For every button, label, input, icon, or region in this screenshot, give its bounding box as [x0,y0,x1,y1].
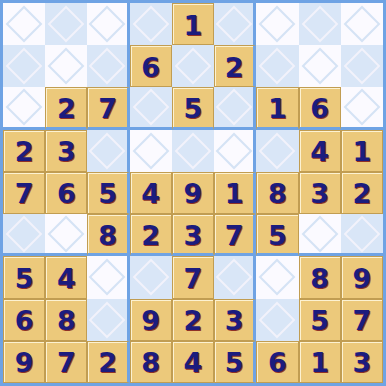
cell-r4c6[interactable] [214,130,256,172]
cell-digit: 2 [15,138,34,165]
cell-r2c8[interactable] [299,45,341,87]
cell-r1c1[interactable] [3,3,45,45]
cell-digit: 7 [225,222,244,249]
cell-r8c6[interactable]: 3 [214,299,256,341]
cell-digit: 9 [15,349,34,376]
cell-r6c4[interactable]: 2 [130,214,172,256]
cell-r8c4[interactable]: 9 [130,299,172,341]
cell-r7c9[interactable]: 9 [341,256,383,298]
cell-digit: 5 [184,95,203,122]
cell-r7c7[interactable] [256,256,298,298]
cell-r6c1[interactable] [3,214,45,256]
diamond-icon [89,132,126,169]
cell-r7c4[interactable] [130,256,172,298]
cell-r6c9[interactable] [341,214,383,256]
diamond-icon [175,48,212,85]
cell-r5c3[interactable]: 5 [87,172,129,214]
cell-digit: 8 [57,307,76,334]
cell-r2c2[interactable] [45,45,87,87]
cell-r8c3[interactable] [87,299,129,341]
cell-digit: 2 [57,95,76,122]
cell-r4c7[interactable] [256,130,298,172]
cell-r1c6[interactable] [214,3,256,45]
cell-digit: 5 [15,265,34,292]
cell-r9c4[interactable]: 8 [130,341,172,383]
cell-digit: 9 [352,265,371,292]
diamond-icon [215,6,252,43]
diamond-icon [89,301,126,338]
cell-digit: 5 [268,222,287,249]
cell-r6c7[interactable]: 5 [256,214,298,256]
diamond-icon [48,6,85,43]
diamond-icon [48,215,85,252]
cell-r5c1[interactable]: 7 [3,172,45,214]
diamond-icon [215,259,252,296]
cell-r2c5[interactable] [172,45,214,87]
cell-r9c9[interactable]: 3 [341,341,383,383]
cell-digit: 8 [310,265,329,292]
cell-r7c8[interactable]: 8 [299,256,341,298]
cell-digit: 9 [184,180,203,207]
cell-r9c2[interactable]: 7 [45,341,87,383]
cell-r2c9[interactable] [341,45,383,87]
cell-r1c5[interactable]: 1 [172,3,214,45]
cell-r7c3[interactable] [87,256,129,298]
cell-r1c8[interactable] [299,3,341,45]
cell-r5c6[interactable]: 1 [214,172,256,214]
cell-digit: 6 [310,95,329,122]
diamond-icon [6,48,43,85]
cell-r9c8[interactable]: 1 [299,341,341,383]
cell-digit: 3 [225,307,244,334]
cell-r4c2[interactable]: 3 [45,130,87,172]
cell-digit: 5 [98,180,117,207]
cell-r8c8[interactable]: 5 [299,299,341,341]
cell-r2c7[interactable] [256,45,298,87]
cell-r3c4[interactable] [130,87,172,129]
cell-r3c7[interactable]: 1 [256,87,298,129]
cell-digit: 6 [141,54,160,81]
cell-r7c5[interactable]: 7 [172,256,214,298]
cell-digit: 5 [225,349,244,376]
diamond-icon [6,89,43,126]
diamond-icon [259,132,296,169]
cell-r8c5[interactable]: 2 [172,299,214,341]
diamond-icon [343,6,380,43]
cell-r1c4[interactable] [130,3,172,45]
cell-r9c7[interactable]: 6 [256,341,298,383]
cell-digit: 7 [184,265,203,292]
cell-digit: 6 [268,349,287,376]
diamond-icon [132,89,169,126]
cell-digit: 4 [141,180,160,207]
cell-r9c5[interactable]: 4 [172,341,214,383]
cell-digit: 8 [141,349,160,376]
diamond-icon [89,6,126,43]
cell-digit: 1 [352,138,371,165]
cell-r7c1[interactable]: 5 [3,256,45,298]
cell-r8c2[interactable]: 8 [45,299,87,341]
cell-r5c7[interactable]: 8 [256,172,298,214]
cell-r1c3[interactable] [87,3,129,45]
diamond-icon [301,215,338,252]
cell-r2c3[interactable] [87,45,129,87]
cell-r5c8[interactable]: 3 [299,172,341,214]
cell-digit: 3 [184,222,203,249]
cell-digit: 2 [141,222,160,249]
diamond-icon [89,259,126,296]
cell-digit: 8 [268,180,287,207]
cell-r4c9[interactable]: 1 [341,130,383,172]
diamond-icon [301,48,338,85]
cell-r4c3[interactable] [87,130,129,172]
diamond-icon [259,48,296,85]
diamond-icon [215,132,252,169]
cell-r9c3[interactable]: 2 [87,341,129,383]
diamond-icon [343,89,380,126]
cell-digit: 2 [352,180,371,207]
cell-r3c8[interactable]: 6 [299,87,341,129]
cell-r6c6[interactable]: 7 [214,214,256,256]
cell-r5c5[interactable]: 9 [172,172,214,214]
diamond-icon [259,6,296,43]
cell-digit: 4 [57,265,76,292]
diamond-icon [132,259,169,296]
cell-r1c2[interactable] [45,3,87,45]
cell-r6c2[interactable] [45,214,87,256]
cell-digit: 1 [268,95,287,122]
cell-r4c4[interactable] [130,130,172,172]
cell-digit: 2 [98,349,117,376]
cell-r3c5[interactable]: 5 [172,87,214,129]
cell-r9c1[interactable]: 9 [3,341,45,383]
cell-digit: 4 [184,349,203,376]
cell-digit: 7 [98,95,117,122]
cell-r3c6[interactable] [214,87,256,129]
cell-digit: 9 [141,307,160,334]
cell-r4c5[interactable] [172,130,214,172]
cell-digit: 4 [310,138,329,165]
cell-digit: 6 [15,307,34,334]
cell-digit: 1 [310,349,329,376]
cell-r6c8[interactable] [299,214,341,256]
diamond-icon [215,89,252,126]
diamond-icon [132,132,169,169]
cell-r3c1[interactable] [3,87,45,129]
cell-digit: 3 [57,138,76,165]
cell-digit: 6 [57,180,76,207]
diamond-icon [48,48,85,85]
cell-r9c6[interactable]: 5 [214,341,256,383]
cell-digit: 5 [310,307,329,334]
diamond-icon [259,301,296,338]
cell-r7c6[interactable] [214,256,256,298]
cell-r1c9[interactable] [341,3,383,45]
diamond-icon [132,6,169,43]
diamond-icon [343,48,380,85]
cell-r6c3[interactable]: 8 [87,214,129,256]
diamond-icon [259,259,296,296]
sudoku-board: 1622751623417654918328237554789689235797… [0,0,386,386]
cell-r5c2[interactable]: 6 [45,172,87,214]
cell-r6c5[interactable]: 3 [172,214,214,256]
cell-r3c9[interactable] [341,87,383,129]
cell-digit: 1 [184,12,203,39]
cell-digit: 7 [352,307,371,334]
cell-r3c3[interactable]: 7 [87,87,129,129]
cell-digit: 7 [57,349,76,376]
cell-r3c2[interactable]: 2 [45,87,87,129]
cell-r5c4[interactable]: 4 [130,172,172,214]
cell-r2c1[interactable] [3,45,45,87]
cell-digit: 2 [225,54,244,81]
diamond-icon [6,215,43,252]
diamond-icon [6,6,43,43]
diamond-icon [301,6,338,43]
cell-digit: 3 [310,180,329,207]
cell-r2c6[interactable]: 2 [214,45,256,87]
cell-r7c2[interactable]: 4 [45,256,87,298]
cell-r8c9[interactable]: 7 [341,299,383,341]
cell-r4c1[interactable]: 2 [3,130,45,172]
cell-digit: 8 [98,222,117,249]
cell-digit: 1 [225,180,244,207]
diamond-icon [175,132,212,169]
cell-r2c4[interactable]: 6 [130,45,172,87]
cell-digit: 2 [184,307,203,334]
cell-digit: 7 [15,180,34,207]
cell-r4c8[interactable]: 4 [299,130,341,172]
diamond-icon [343,215,380,252]
cell-digit: 3 [352,349,371,376]
cell-r8c7[interactable] [256,299,298,341]
cell-r5c9[interactable]: 2 [341,172,383,214]
cell-r1c7[interactable] [256,3,298,45]
cell-r8c1[interactable]: 6 [3,299,45,341]
diamond-icon [89,48,126,85]
